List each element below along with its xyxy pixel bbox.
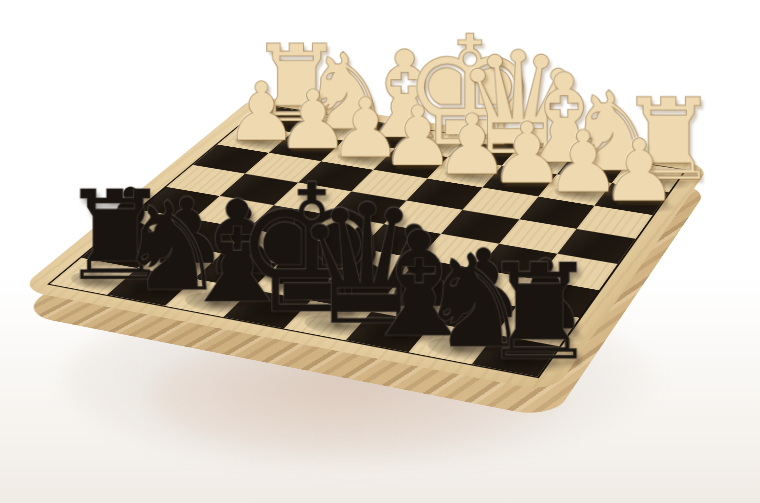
scene: ♜♞♝♚♛♝♞♜♟♟♟♟♟♟♟♟♟♟♟♟♟♟♟♟♜♞♝♚♛♝♞♜: [0, 0, 760, 503]
